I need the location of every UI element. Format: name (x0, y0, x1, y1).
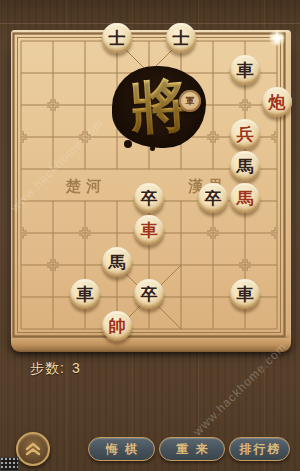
piece-black-車-f2r8[interactable]: 車 (70, 279, 100, 309)
piece-character: 卒 (205, 190, 222, 207)
check-seal-icon: 軍 (179, 90, 201, 112)
piece-character: 車 (237, 286, 254, 303)
piece-red-車-f4r6[interactable]: 車 (134, 215, 164, 245)
restart-button[interactable]: 重来 (159, 437, 225, 461)
piece-black-士-f3r0[interactable]: 士 (102, 23, 132, 53)
piece-red-炮-f8r2[interactable]: 炮 (262, 87, 292, 117)
piece-character: 車 (77, 286, 94, 303)
piece-black-車-f7r1[interactable]: 車 (230, 55, 260, 85)
piece-black-士-f5r0[interactable]: 士 (166, 23, 196, 53)
piece-character: 馬 (109, 254, 126, 271)
piece-red-兵-f7r3[interactable]: 兵 (230, 119, 260, 149)
ink-drip (150, 146, 155, 151)
piece-character: 馬 (237, 190, 254, 207)
check-seal-char: 軍 (186, 95, 195, 108)
piece-character: 炮 (269, 94, 286, 111)
piece-black-馬-f3r7[interactable]: 馬 (102, 247, 132, 277)
piece-black-馬-f7r4[interactable]: 馬 (230, 151, 260, 181)
piece-character: 車 (237, 62, 254, 79)
step-counter: 步数:3 (30, 360, 81, 378)
piece-black-卒-f4r8[interactable]: 卒 (134, 279, 164, 309)
piece-character: 士 (173, 30, 190, 47)
board-front-edge (11, 338, 291, 352)
xiangqi-app-screen: 楚河 漢界 士士車將炮兵馬卒卒馬車馬車卒車帥 軍 將 步数:3 悔棋 重来 排行… (0, 0, 300, 471)
piece-character: 車 (141, 222, 158, 239)
piece-black-車-f7r8[interactable]: 車 (230, 279, 260, 309)
piece-character: 卒 (141, 190, 158, 207)
double-chevron-up-icon (25, 442, 41, 456)
piece-character: 卒 (141, 286, 158, 303)
step-counter-label: 步数: (30, 360, 65, 376)
expand-menu-button[interactable] (16, 432, 50, 466)
piece-character: 馬 (237, 158, 254, 175)
river-label-left: 楚河 (66, 177, 106, 196)
piece-red-帥-f3r9[interactable]: 帥 (102, 311, 132, 341)
wood-seam (0, 23, 300, 24)
sparkle-effect-icon (268, 29, 286, 47)
piece-black-卒-f6r5[interactable]: 卒 (198, 183, 228, 213)
undo-move-button[interactable]: 悔棋 (88, 437, 155, 461)
piece-red-馬-f7r5[interactable]: 馬 (230, 183, 260, 213)
leaderboard-button[interactable]: 排行榜 (229, 437, 290, 461)
qr-code-chip (0, 457, 19, 471)
piece-black-卒-f4r5[interactable]: 卒 (134, 183, 164, 213)
piece-character: 帥 (109, 318, 126, 335)
piece-character: 兵 (237, 126, 254, 143)
ink-drip (124, 140, 132, 148)
piece-character: 士 (109, 30, 126, 47)
step-counter-value: 3 (72, 360, 81, 376)
